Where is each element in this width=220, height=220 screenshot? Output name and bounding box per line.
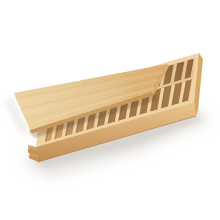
scene-canvas xyxy=(0,0,220,220)
product-photo-wooden-box xyxy=(0,0,220,220)
